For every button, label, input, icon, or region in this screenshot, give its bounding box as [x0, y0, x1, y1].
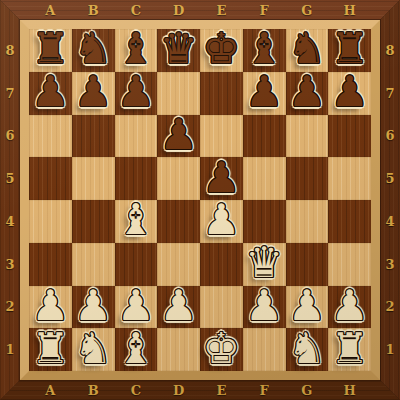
square-d3[interactable] [157, 243, 200, 286]
piece-black-knight[interactable]: ♞ [288, 28, 326, 70]
square-d6[interactable]: ♟ [157, 115, 200, 158]
square-c7[interactable]: ♟ [115, 72, 158, 115]
board-border-left [0, 0, 20, 400]
square-e6[interactable] [200, 115, 243, 158]
piece-white-pawn[interactable]: ♟ [32, 285, 70, 327]
square-g8[interactable]: ♞ [286, 29, 329, 72]
file-label-e: E [200, 380, 243, 400]
file-label-a: A [29, 380, 72, 400]
piece-white-pawn[interactable]: ♟ [331, 285, 369, 327]
square-f5[interactable] [243, 157, 286, 200]
square-c3[interactable] [115, 243, 158, 286]
piece-white-knight[interactable]: ♞ [288, 328, 326, 370]
rank-label-2: 2 [380, 286, 400, 329]
square-b6[interactable] [72, 115, 115, 158]
rank-label-5: 5 [0, 157, 20, 200]
rank-label-8: 8 [380, 29, 400, 72]
square-h4[interactable] [328, 200, 371, 243]
file-label-d: D [157, 0, 200, 20]
piece-black-king[interactable]: ♚ [203, 28, 241, 70]
file-labels-top: ABCDEFGH [29, 0, 371, 20]
rank-label-1: 1 [380, 328, 400, 371]
square-c4[interactable]: ♝ [115, 200, 158, 243]
square-e3[interactable] [200, 243, 243, 286]
file-label-b: B [72, 0, 115, 20]
piece-white-bishop[interactable]: ♝ [117, 328, 155, 370]
file-label-c: C [115, 0, 158, 20]
piece-white-king[interactable]: ♚ [203, 328, 241, 370]
square-h6[interactable] [328, 115, 371, 158]
square-h2[interactable]: ♟ [328, 286, 371, 329]
file-label-h: H [328, 380, 371, 400]
square-e7[interactable] [200, 72, 243, 115]
chess-board: ♜♞♝♛♚♝♞♜♟♟♟♟♟♟♟♟♝♟♛♟♟♟♟♟♟♟♜♞♝♚♞♜ ABCDEFG… [0, 0, 400, 400]
square-h7[interactable]: ♟ [328, 72, 371, 115]
square-f1[interactable] [243, 328, 286, 371]
piece-black-knight[interactable]: ♞ [74, 28, 112, 70]
square-a7[interactable]: ♟ [29, 72, 72, 115]
square-e5[interactable]: ♟ [200, 157, 243, 200]
file-label-g: G [286, 0, 329, 20]
square-h3[interactable] [328, 243, 371, 286]
piece-black-pawn[interactable]: ♟ [203, 157, 241, 199]
piece-black-bishop[interactable]: ♝ [245, 28, 283, 70]
piece-white-queen[interactable]: ♛ [245, 242, 283, 284]
piece-black-pawn[interactable]: ♟ [32, 71, 70, 113]
board-border-right [380, 0, 400, 400]
piece-white-pawn[interactable]: ♟ [74, 285, 112, 327]
file-label-b: B [72, 380, 115, 400]
rank-label-6: 6 [0, 115, 20, 158]
piece-black-queen[interactable]: ♛ [160, 28, 198, 70]
square-h8[interactable]: ♜ [328, 29, 371, 72]
square-a8[interactable]: ♜ [29, 29, 72, 72]
square-b4[interactable] [72, 200, 115, 243]
piece-white-pawn[interactable]: ♟ [160, 285, 198, 327]
square-b7[interactable]: ♟ [72, 72, 115, 115]
square-a3[interactable] [29, 243, 72, 286]
square-g2[interactable]: ♟ [286, 286, 329, 329]
square-b8[interactable]: ♞ [72, 29, 115, 72]
piece-white-knight[interactable]: ♞ [74, 328, 112, 370]
square-d8[interactable]: ♛ [157, 29, 200, 72]
file-labels-bottom: ABCDEFGH [29, 380, 371, 400]
square-e4[interactable]: ♟ [200, 200, 243, 243]
rank-label-3: 3 [0, 243, 20, 286]
piece-white-bishop[interactable]: ♝ [117, 199, 155, 241]
square-g1[interactable]: ♞ [286, 328, 329, 371]
square-a6[interactable] [29, 115, 72, 158]
square-e2[interactable] [200, 286, 243, 329]
piece-black-pawn[interactable]: ♟ [288, 71, 326, 113]
square-f8[interactable]: ♝ [243, 29, 286, 72]
rank-label-1: 1 [0, 328, 20, 371]
rank-label-8: 8 [0, 29, 20, 72]
square-h5[interactable] [328, 157, 371, 200]
square-b2[interactable]: ♟ [72, 286, 115, 329]
square-f6[interactable] [243, 115, 286, 158]
square-a5[interactable] [29, 157, 72, 200]
square-b3[interactable] [72, 243, 115, 286]
file-label-d: D [157, 380, 200, 400]
square-c2[interactable]: ♟ [115, 286, 158, 329]
square-e1[interactable]: ♚ [200, 328, 243, 371]
piece-black-rook[interactable]: ♜ [32, 28, 70, 70]
piece-white-rook[interactable]: ♜ [32, 328, 70, 370]
piece-white-rook[interactable]: ♜ [331, 328, 369, 370]
square-d2[interactable]: ♟ [157, 286, 200, 329]
rank-label-7: 7 [380, 72, 400, 115]
square-b5[interactable] [72, 157, 115, 200]
piece-white-pawn[interactable]: ♟ [117, 285, 155, 327]
square-a4[interactable] [29, 200, 72, 243]
rank-label-3: 3 [380, 243, 400, 286]
rank-label-4: 4 [0, 200, 20, 243]
square-f7[interactable]: ♟ [243, 72, 286, 115]
square-a1[interactable]: ♜ [29, 328, 72, 371]
piece-black-pawn[interactable]: ♟ [74, 71, 112, 113]
piece-white-pawn[interactable]: ♟ [203, 199, 241, 241]
square-g5[interactable] [286, 157, 329, 200]
piece-black-bishop[interactable]: ♝ [117, 28, 155, 70]
square-c1[interactable]: ♝ [115, 328, 158, 371]
square-c6[interactable] [115, 115, 158, 158]
rank-label-4: 4 [380, 200, 400, 243]
square-b1[interactable]: ♞ [72, 328, 115, 371]
square-e8[interactable]: ♚ [200, 29, 243, 72]
square-g6[interactable] [286, 115, 329, 158]
rank-labels-left: 87654321 [0, 29, 20, 371]
square-c8[interactable]: ♝ [115, 29, 158, 72]
square-f2[interactable]: ♟ [243, 286, 286, 329]
piece-black-rook[interactable]: ♜ [331, 28, 369, 70]
file-label-a: A [29, 0, 72, 20]
file-label-g: G [286, 380, 329, 400]
square-g4[interactable] [286, 200, 329, 243]
square-d4[interactable] [157, 200, 200, 243]
square-d5[interactable] [157, 157, 200, 200]
square-d7[interactable] [157, 72, 200, 115]
file-label-e: E [200, 0, 243, 20]
square-g3[interactable] [286, 243, 329, 286]
file-label-f: F [243, 380, 286, 400]
square-c5[interactable] [115, 157, 158, 200]
rank-label-2: 2 [0, 286, 20, 329]
piece-black-pawn[interactable]: ♟ [245, 71, 283, 113]
square-f3[interactable]: ♛ [243, 243, 286, 286]
square-h1[interactable]: ♜ [328, 328, 371, 371]
piece-black-pawn[interactable]: ♟ [160, 114, 198, 156]
board-grid: ♜♞♝♛♚♝♞♜♟♟♟♟♟♟♟♟♝♟♛♟♟♟♟♟♟♟♜♞♝♚♞♜ [29, 29, 371, 371]
file-label-c: C [115, 380, 158, 400]
piece-white-pawn[interactable]: ♟ [288, 285, 326, 327]
piece-white-pawn[interactable]: ♟ [245, 285, 283, 327]
board-border-top [0, 0, 400, 20]
file-label-f: F [243, 0, 286, 20]
square-f4[interactable] [243, 200, 286, 243]
rank-label-5: 5 [380, 157, 400, 200]
rank-label-6: 6 [380, 115, 400, 158]
square-g7[interactable]: ♟ [286, 72, 329, 115]
piece-black-pawn[interactable]: ♟ [117, 71, 155, 113]
square-d1[interactable] [157, 328, 200, 371]
board-border-bottom [0, 380, 400, 400]
rank-labels-right: 87654321 [380, 29, 400, 371]
piece-black-pawn[interactable]: ♟ [331, 71, 369, 113]
rank-label-7: 7 [0, 72, 20, 115]
file-label-h: H [328, 0, 371, 20]
square-a2[interactable]: ♟ [29, 286, 72, 329]
